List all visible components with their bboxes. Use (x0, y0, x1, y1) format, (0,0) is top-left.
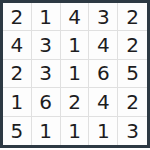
grid-cell[interactable]: 4 (89, 31, 118, 59)
grid-cell[interactable]: 2 (3, 60, 32, 88)
grid-cell[interactable]: 2 (118, 31, 147, 59)
grid-cell[interactable]: 6 (89, 60, 118, 88)
grid-cell[interactable]: 6 (32, 88, 61, 116)
grid-cell[interactable]: 3 (118, 117, 147, 145)
puzzle-grid: 2143243142231651624251113 (0, 0, 150, 148)
grid-cell[interactable]: 4 (3, 31, 32, 59)
puzzle-board: 2143243142231651624251113 (0, 0, 150, 150)
grid-cell[interactable]: 3 (32, 60, 61, 88)
grid-cell[interactable]: 1 (61, 117, 90, 145)
grid-cell[interactable]: 1 (61, 31, 90, 59)
grid-cell[interactable]: 2 (118, 88, 147, 116)
grid-cell[interactable]: 1 (32, 117, 61, 145)
grid-cell[interactable]: 4 (61, 3, 90, 31)
grid-cell[interactable]: 2 (118, 3, 147, 31)
grid-cell[interactable]: 1 (32, 3, 61, 31)
grid-cell[interactable]: 1 (89, 117, 118, 145)
grid-cell[interactable]: 3 (32, 31, 61, 59)
grid-cell[interactable]: 4 (89, 88, 118, 116)
grid-cell[interactable]: 2 (3, 3, 32, 31)
grid-cell[interactable]: 5 (3, 117, 32, 145)
grid-cell[interactable]: 2 (61, 88, 90, 116)
grid-cell[interactable]: 1 (61, 60, 90, 88)
grid-cell[interactable]: 5 (118, 60, 147, 88)
grid-cell[interactable]: 1 (3, 88, 32, 116)
grid-cell[interactable]: 3 (89, 3, 118, 31)
